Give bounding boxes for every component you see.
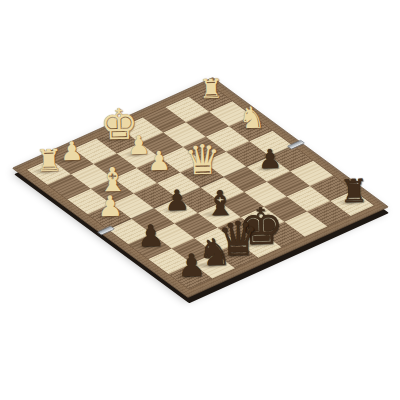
piece-black-pawn-b5[interactable]: ♟ bbox=[256, 146, 283, 173]
piece-white-rook-h1[interactable]: ♜ bbox=[33, 146, 64, 177]
piece-white-queen-d4[interactable]: ♛ bbox=[182, 139, 224, 181]
piece-white-rook-a1[interactable]: ♜ bbox=[198, 75, 225, 102]
product-photo-scene: ♜♞♚♟♟♟♟♜♛♝♜♟♝♟♚♟♛♞♟ bbox=[0, 0, 400, 400]
piece-black-pawn-f5[interactable]: ♟ bbox=[163, 187, 192, 216]
piece-white-knight-a3[interactable]: ♞ bbox=[237, 102, 267, 132]
piece-black-pawn-h6[interactable]: ♟ bbox=[136, 221, 166, 251]
piece-white-pawn-e3[interactable]: ♟ bbox=[146, 148, 173, 175]
piece-black-rook-a8[interactable]: ♜ bbox=[338, 176, 370, 209]
piece-black-pawn-h8[interactable]: ♟ bbox=[176, 250, 208, 282]
piece-white-pawn-h4[interactable]: ♟ bbox=[96, 192, 125, 221]
